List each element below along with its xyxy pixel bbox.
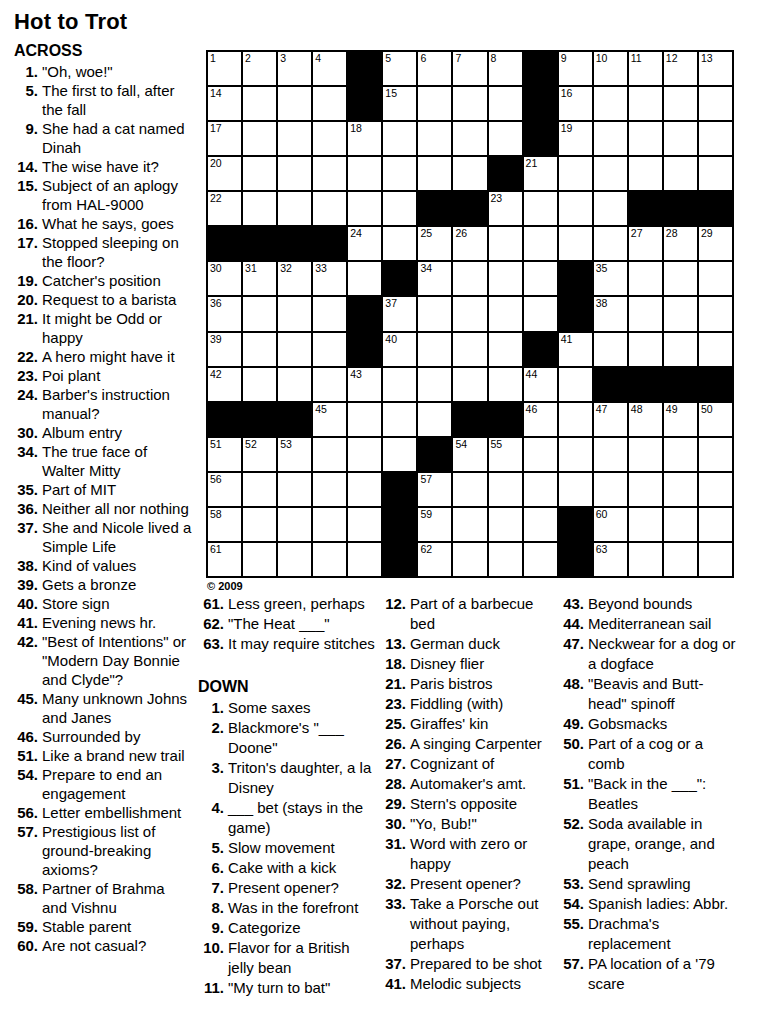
cell-r5c11[interactable] bbox=[559, 192, 592, 225]
cell-r1c9[interactable]: 8 bbox=[489, 52, 522, 85]
cell-number-53: 53 bbox=[280, 439, 292, 450]
cell-r4c15[interactable] bbox=[699, 157, 732, 190]
cell-r12c10[interactable] bbox=[524, 438, 557, 471]
cell-r13c10[interactable] bbox=[524, 473, 557, 506]
cell-number-56: 56 bbox=[210, 474, 222, 485]
cell-r7c9[interactable] bbox=[489, 262, 522, 295]
cell-r2c7[interactable] bbox=[418, 87, 451, 120]
cell-r14c5[interactable] bbox=[348, 508, 381, 541]
clue-text: Part of MIT bbox=[42, 480, 192, 499]
cell-r10c8[interactable] bbox=[453, 368, 486, 401]
cell-r14c1[interactable]: 58 bbox=[208, 508, 241, 541]
cell-r6c10[interactable] bbox=[524, 227, 557, 260]
black-cell-r4c9 bbox=[489, 157, 522, 190]
cell-number-50: 50 bbox=[701, 404, 713, 415]
clue-item-25: 25.Giraffes' kin bbox=[380, 714, 560, 734]
cell-r4c14[interactable] bbox=[664, 157, 697, 190]
black-cell-r10c13 bbox=[629, 368, 662, 401]
cell-r11c12[interactable]: 47 bbox=[594, 403, 627, 436]
cell-r12c6[interactable] bbox=[383, 438, 416, 471]
cell-r1c1[interactable]: 1 bbox=[208, 52, 241, 85]
clue-item-45: 45.Many unknown Johns and Janes bbox=[14, 689, 192, 727]
cell-r1c11[interactable]: 9 bbox=[559, 52, 592, 85]
cell-r1c2[interactable]: 2 bbox=[243, 52, 276, 85]
clue-text: Flavor for a British jelly bean bbox=[228, 938, 378, 978]
cell-r7c13[interactable] bbox=[629, 262, 662, 295]
cell-r11c6[interactable] bbox=[383, 403, 416, 436]
cell-r9c13[interactable] bbox=[629, 333, 662, 366]
cell-number-57: 57 bbox=[420, 474, 432, 485]
cell-r10c3[interactable] bbox=[278, 368, 311, 401]
clue-text: Gobsmacks bbox=[588, 714, 740, 734]
cell-r4c1[interactable]: 20 bbox=[208, 157, 241, 190]
cell-r6c14[interactable]: 28 bbox=[664, 227, 697, 260]
cell-r14c10[interactable] bbox=[524, 508, 557, 541]
clue-number: 18. bbox=[380, 654, 406, 674]
clue-text: She had a cat named Dinah bbox=[42, 119, 192, 157]
down-clue-list-1: 1.Some saxes2.Blackmore's "___ Doone"3.T… bbox=[198, 698, 378, 998]
clue-text: Less green, perhaps bbox=[228, 594, 378, 614]
cell-r5c4[interactable] bbox=[313, 192, 346, 225]
cell-r12c11[interactable] bbox=[559, 438, 592, 471]
cell-r15c1[interactable]: 61 bbox=[208, 543, 241, 576]
cell-r13c13[interactable] bbox=[629, 473, 662, 506]
cell-r13c7[interactable]: 57 bbox=[418, 473, 451, 506]
cell-r6c15[interactable]: 29 bbox=[699, 227, 732, 260]
cell-r9c3[interactable] bbox=[278, 333, 311, 366]
cell-r2c11[interactable]: 16 bbox=[559, 87, 592, 120]
cell-r15c3[interactable] bbox=[278, 543, 311, 576]
cell-r7c2[interactable]: 31 bbox=[243, 262, 276, 295]
cell-r3c5[interactable]: 18 bbox=[348, 122, 381, 155]
cell-r14c13[interactable] bbox=[629, 508, 662, 541]
cell-r11c15[interactable]: 50 bbox=[699, 403, 732, 436]
across-clue-list-continued: 61.Less green, perhaps62."The Heat ___"6… bbox=[198, 594, 378, 654]
cell-r1c4[interactable]: 4 bbox=[313, 52, 346, 85]
cell-r2c15[interactable] bbox=[699, 87, 732, 120]
cell-r2c14[interactable] bbox=[664, 87, 697, 120]
cell-r1c3[interactable]: 3 bbox=[278, 52, 311, 85]
cell-r14c4[interactable] bbox=[313, 508, 346, 541]
cell-r10c9[interactable] bbox=[489, 368, 522, 401]
cell-number-30: 30 bbox=[210, 263, 222, 274]
clue-item-32: 32.Present opener? bbox=[380, 874, 560, 894]
clue-text: Neckwear for a dog or a dogface bbox=[588, 634, 740, 674]
cell-r14c12[interactable]: 60 bbox=[594, 508, 627, 541]
clue-text: Catcher's position bbox=[42, 271, 192, 290]
cell-r15c13[interactable] bbox=[629, 543, 662, 576]
cell-r3c12[interactable] bbox=[594, 122, 627, 155]
cell-r14c2[interactable] bbox=[243, 508, 276, 541]
clue-number: 35. bbox=[14, 480, 38, 499]
cell-r2c3[interactable] bbox=[278, 87, 311, 120]
cell-r12c8[interactable]: 54 bbox=[453, 438, 486, 471]
clue-number: 31. bbox=[380, 834, 406, 874]
cell-r5c3[interactable] bbox=[278, 192, 311, 225]
clue-text: "Back in the ___": Beatles bbox=[588, 774, 740, 814]
cell-r5c1[interactable]: 22 bbox=[208, 192, 241, 225]
cell-number-44: 44 bbox=[526, 369, 538, 380]
cell-number-32: 32 bbox=[280, 263, 292, 274]
cell-r9c8[interactable] bbox=[453, 333, 486, 366]
cell-r12c9[interactable]: 55 bbox=[489, 438, 522, 471]
cell-r13c9[interactable] bbox=[489, 473, 522, 506]
clue-number: 61. bbox=[198, 594, 224, 614]
cell-r11c14[interactable]: 49 bbox=[664, 403, 697, 436]
black-cell-r10c15 bbox=[699, 368, 732, 401]
cell-r14c9[interactable] bbox=[489, 508, 522, 541]
cell-r15c14[interactable] bbox=[664, 543, 697, 576]
cell-r5c9[interactable]: 23 bbox=[489, 192, 522, 225]
cell-r5c5[interactable] bbox=[348, 192, 381, 225]
black-cell-r5c8 bbox=[453, 192, 486, 225]
cell-r13c3[interactable] bbox=[278, 473, 311, 506]
cell-r8c1[interactable]: 36 bbox=[208, 297, 241, 330]
cell-number-36: 36 bbox=[210, 298, 222, 309]
clue-item-2: 2.Blackmore's "___ Doone" bbox=[198, 718, 378, 758]
clue-number: 37. bbox=[14, 518, 38, 556]
cell-number-33: 33 bbox=[315, 263, 327, 274]
cell-r15c9[interactable] bbox=[489, 543, 522, 576]
black-cell-r5c14 bbox=[664, 192, 697, 225]
cell-r4c10[interactable]: 21 bbox=[524, 157, 557, 190]
clue-number: 23. bbox=[14, 366, 38, 385]
cell-r8c12[interactable]: 38 bbox=[594, 297, 627, 330]
cell-r7c5[interactable] bbox=[348, 262, 381, 295]
clue-item-49: 49.Gobsmacks bbox=[558, 714, 740, 734]
clue-item-52: 52.Soda available in grape, orange, and … bbox=[558, 814, 740, 874]
cell-r3c6[interactable] bbox=[383, 122, 416, 155]
cell-r11c11[interactable] bbox=[559, 403, 592, 436]
cell-r10c6[interactable] bbox=[383, 368, 416, 401]
cell-r13c15[interactable] bbox=[699, 473, 732, 506]
clue-item-5: 5.Slow movement bbox=[198, 838, 378, 858]
black-cell-r8c5 bbox=[348, 297, 381, 330]
cell-number-47: 47 bbox=[596, 404, 608, 415]
down-clue-list-3: 43.Beyond bounds44.Mediterranean sail47.… bbox=[558, 594, 740, 994]
cell-r1c14[interactable]: 12 bbox=[664, 52, 697, 85]
cell-number-1: 1 bbox=[210, 53, 216, 64]
cell-r10c1[interactable]: 42 bbox=[208, 368, 241, 401]
cell-r11c5[interactable] bbox=[348, 403, 381, 436]
cell-r1c7[interactable]: 6 bbox=[418, 52, 451, 85]
clue-number: 24. bbox=[14, 385, 38, 423]
cell-r6c6[interactable] bbox=[383, 227, 416, 260]
cell-number-51: 51 bbox=[210, 439, 222, 450]
cell-r4c8[interactable] bbox=[453, 157, 486, 190]
cell-number-26: 26 bbox=[455, 228, 467, 239]
clue-number: 46. bbox=[14, 727, 38, 746]
cell-r9c2[interactable] bbox=[243, 333, 276, 366]
cell-number-5: 5 bbox=[385, 53, 391, 64]
cell-r10c10[interactable]: 44 bbox=[524, 368, 557, 401]
cell-r9c9[interactable] bbox=[489, 333, 522, 366]
cell-r2c8[interactable] bbox=[453, 87, 486, 120]
cell-r9c4[interactable] bbox=[313, 333, 346, 366]
cell-r12c5[interactable] bbox=[348, 438, 381, 471]
down-clue-list-2: 12.Part of a barbecue bed13.German duck1… bbox=[380, 594, 560, 994]
clue-item-58: 58.Partner of Brahma and Vishnu bbox=[14, 879, 192, 917]
cell-r4c11[interactable] bbox=[559, 157, 592, 190]
cell-r13c12[interactable] bbox=[594, 473, 627, 506]
cell-r15c7[interactable]: 62 bbox=[418, 543, 451, 576]
cell-r8c3[interactable] bbox=[278, 297, 311, 330]
cell-r13c1[interactable]: 56 bbox=[208, 473, 241, 506]
cell-r3c4[interactable] bbox=[313, 122, 346, 155]
cell-r7c1[interactable]: 30 bbox=[208, 262, 241, 295]
cell-r4c13[interactable] bbox=[629, 157, 662, 190]
cell-r15c10[interactable] bbox=[524, 543, 557, 576]
clue-number: 9. bbox=[198, 918, 224, 938]
cell-r3c13[interactable] bbox=[629, 122, 662, 155]
cell-r1c8[interactable]: 7 bbox=[453, 52, 486, 85]
clue-item-51: 51."Back in the ___": Beatles bbox=[558, 774, 740, 814]
cell-r14c7[interactable]: 59 bbox=[418, 508, 451, 541]
cell-r5c12[interactable] bbox=[594, 192, 627, 225]
clue-number: 14. bbox=[14, 157, 38, 176]
clue-item-35: 35.Part of MIT bbox=[14, 480, 192, 499]
cell-number-20: 20 bbox=[210, 158, 222, 169]
cell-r13c8[interactable] bbox=[453, 473, 486, 506]
cell-r2c4[interactable] bbox=[313, 87, 346, 120]
across-header: ACROSS bbox=[14, 42, 192, 60]
clue-number: 1. bbox=[14, 62, 38, 81]
clue-item-9: 9.She had a cat named Dinah bbox=[14, 119, 192, 157]
cell-number-21: 21 bbox=[526, 158, 538, 169]
cell-r14c3[interactable] bbox=[278, 508, 311, 541]
cell-r5c6[interactable] bbox=[383, 192, 416, 225]
clue-item-44: 44.Mediterranean sail bbox=[558, 614, 740, 634]
cell-number-49: 49 bbox=[666, 404, 678, 415]
cell-r3c14[interactable] bbox=[664, 122, 697, 155]
cell-number-31: 31 bbox=[245, 263, 257, 274]
cell-r1c12[interactable]: 10 bbox=[594, 52, 627, 85]
cell-r11c10[interactable]: 46 bbox=[524, 403, 557, 436]
cell-r8c8[interactable] bbox=[453, 297, 486, 330]
cell-r4c4[interactable] bbox=[313, 157, 346, 190]
cell-number-24: 24 bbox=[350, 228, 362, 239]
cell-r7c10[interactable] bbox=[524, 262, 557, 295]
clue-item-37: 37.She and Nicole lived a Simple Life bbox=[14, 518, 192, 556]
cell-r13c14[interactable] bbox=[664, 473, 697, 506]
cell-r12c1[interactable]: 51 bbox=[208, 438, 241, 471]
cell-r2c6[interactable]: 15 bbox=[383, 87, 416, 120]
cell-r8c2[interactable] bbox=[243, 297, 276, 330]
cell-r8c14[interactable] bbox=[664, 297, 697, 330]
cell-r3c7[interactable] bbox=[418, 122, 451, 155]
clue-item-62: 62."The Heat ___" bbox=[198, 614, 378, 634]
cell-r2c9[interactable] bbox=[489, 87, 522, 120]
cell-number-54: 54 bbox=[455, 439, 467, 450]
cell-r9c12[interactable] bbox=[594, 333, 627, 366]
cell-r9c11[interactable]: 41 bbox=[559, 333, 592, 366]
clue-number: 1. bbox=[198, 698, 224, 718]
cell-r4c5[interactable] bbox=[348, 157, 381, 190]
cell-r12c2[interactable]: 52 bbox=[243, 438, 276, 471]
cell-r7c14[interactable] bbox=[664, 262, 697, 295]
black-cell-r11c9 bbox=[489, 403, 522, 436]
cell-r15c12[interactable]: 63 bbox=[594, 543, 627, 576]
crossword-grid[interactable]: 1234567891011121314151617181920212223242… bbox=[206, 50, 734, 578]
clue-number: 5. bbox=[14, 81, 38, 119]
cell-r8c4[interactable] bbox=[313, 297, 346, 330]
clue-item-23: 23.Fiddling (with) bbox=[380, 694, 560, 714]
cell-r13c2[interactable] bbox=[243, 473, 276, 506]
cell-r15c8[interactable] bbox=[453, 543, 486, 576]
clue-item-53: 53.Send sprawling bbox=[558, 874, 740, 894]
cell-r5c2[interactable] bbox=[243, 192, 276, 225]
cell-r12c13[interactable] bbox=[629, 438, 662, 471]
cell-r12c12[interactable] bbox=[594, 438, 627, 471]
cell-r9c15[interactable] bbox=[699, 333, 732, 366]
cell-r14c15[interactable] bbox=[699, 508, 732, 541]
puzzle-title: Hot to Trot bbox=[14, 9, 127, 35]
cell-r14c14[interactable] bbox=[664, 508, 697, 541]
cell-r6c7[interactable]: 25 bbox=[418, 227, 451, 260]
cell-r3c15[interactable] bbox=[699, 122, 732, 155]
cell-r2c2[interactable] bbox=[243, 87, 276, 120]
cell-r1c13[interactable]: 11 bbox=[629, 52, 662, 85]
cell-r12c3[interactable]: 53 bbox=[278, 438, 311, 471]
cell-r10c2[interactable] bbox=[243, 368, 276, 401]
across-clues-column: ACROSS 1."Oh, woe!"5.The first to fall, … bbox=[14, 42, 192, 955]
cell-number-63: 63 bbox=[596, 544, 608, 555]
cell-number-60: 60 bbox=[596, 509, 608, 520]
cell-r12c15[interactable] bbox=[699, 438, 732, 471]
cell-number-29: 29 bbox=[701, 228, 713, 239]
black-cell-r6c4 bbox=[313, 227, 346, 260]
clue-text: Automaker's amt. bbox=[410, 774, 560, 794]
clue-number: 57. bbox=[14, 822, 38, 879]
cell-r3c2[interactable] bbox=[243, 122, 276, 155]
cell-number-14: 14 bbox=[210, 88, 222, 99]
cell-r4c2[interactable] bbox=[243, 157, 276, 190]
clue-text: Part of a barbecue bed bbox=[410, 594, 560, 634]
cell-r3c11[interactable]: 19 bbox=[559, 122, 592, 155]
cell-r10c4[interactable] bbox=[313, 368, 346, 401]
cell-r8c15[interactable] bbox=[699, 297, 732, 330]
cell-r11c7[interactable] bbox=[418, 403, 451, 436]
cell-r4c12[interactable] bbox=[594, 157, 627, 190]
clue-text: Album entry bbox=[42, 423, 192, 442]
cell-r13c5[interactable] bbox=[348, 473, 381, 506]
cell-r15c5[interactable] bbox=[348, 543, 381, 576]
clue-number: 47. bbox=[558, 634, 584, 674]
cell-r8c10[interactable] bbox=[524, 297, 557, 330]
cell-r9c7[interactable] bbox=[418, 333, 451, 366]
cell-number-37: 37 bbox=[385, 298, 397, 309]
cell-r8c7[interactable] bbox=[418, 297, 451, 330]
cell-r9c14[interactable] bbox=[664, 333, 697, 366]
clue-text: Disney flier bbox=[410, 654, 560, 674]
clue-text: Stable parent bbox=[42, 917, 192, 936]
clue-text: Some saxes bbox=[228, 698, 378, 718]
cell-number-61: 61 bbox=[210, 544, 222, 555]
cell-r8c13[interactable] bbox=[629, 297, 662, 330]
cell-r10c5[interactable]: 43 bbox=[348, 368, 381, 401]
cell-number-27: 27 bbox=[631, 228, 643, 239]
cell-r7c7[interactable]: 34 bbox=[418, 262, 451, 295]
cell-r6c9[interactable] bbox=[489, 227, 522, 260]
cell-r9c1[interactable]: 39 bbox=[208, 333, 241, 366]
cell-r6c11[interactable] bbox=[559, 227, 592, 260]
cell-r15c2[interactable] bbox=[243, 543, 276, 576]
cell-r3c8[interactable] bbox=[453, 122, 486, 155]
clue-text: Prestigious list of ground-breaking axio… bbox=[42, 822, 192, 879]
cell-r6c8[interactable]: 26 bbox=[453, 227, 486, 260]
cell-r10c7[interactable] bbox=[418, 368, 451, 401]
clue-text: Kind of values bbox=[42, 556, 192, 575]
cell-r10c11[interactable] bbox=[559, 368, 592, 401]
cell-r4c3[interactable] bbox=[278, 157, 311, 190]
cell-r2c13[interactable] bbox=[629, 87, 662, 120]
cell-r13c11[interactable] bbox=[559, 473, 592, 506]
cell-r11c4[interactable]: 45 bbox=[313, 403, 346, 436]
cell-r13c4[interactable] bbox=[313, 473, 346, 506]
cell-r1c6[interactable]: 5 bbox=[383, 52, 416, 85]
cell-r6c5[interactable]: 24 bbox=[348, 227, 381, 260]
cell-r15c15[interactable] bbox=[699, 543, 732, 576]
clue-text: Drachma's replacement bbox=[588, 914, 740, 954]
clue-item-50: 50.Part of a cog or a comb bbox=[558, 734, 740, 774]
cell-r14c8[interactable] bbox=[453, 508, 486, 541]
cell-r6c13[interactable]: 27 bbox=[629, 227, 662, 260]
cell-number-10: 10 bbox=[596, 53, 608, 64]
cell-r2c12[interactable] bbox=[594, 87, 627, 120]
cell-number-3: 3 bbox=[280, 53, 286, 64]
clue-item-57: 57.PA location of a '79 scare bbox=[558, 954, 740, 994]
cell-r12c14[interactable] bbox=[664, 438, 697, 471]
clue-item-28: 28.Automaker's amt. bbox=[380, 774, 560, 794]
black-cell-r10c12 bbox=[594, 368, 627, 401]
clue-item-63: 63.It may require stitches bbox=[198, 634, 378, 654]
cell-r7c12[interactable]: 35 bbox=[594, 262, 627, 295]
cell-r7c4[interactable]: 33 bbox=[313, 262, 346, 295]
cell-r3c9[interactable] bbox=[489, 122, 522, 155]
clue-text: Request to a barista bbox=[42, 290, 192, 309]
cell-r9c6[interactable]: 40 bbox=[383, 333, 416, 366]
black-cell-r12c7 bbox=[418, 438, 451, 471]
clue-text: Giraffes' kin bbox=[410, 714, 560, 734]
clue-text: The first to fall, after the fall bbox=[42, 81, 192, 119]
clue-text: A singing Carpenter bbox=[410, 734, 560, 754]
clue-number: 26. bbox=[380, 734, 406, 754]
cell-r8c6[interactable]: 37 bbox=[383, 297, 416, 330]
cell-r7c8[interactable] bbox=[453, 262, 486, 295]
cell-r15c4[interactable] bbox=[313, 543, 346, 576]
cell-r3c3[interactable] bbox=[278, 122, 311, 155]
cell-r3c1[interactable]: 17 bbox=[208, 122, 241, 155]
cell-r4c7[interactable] bbox=[418, 157, 451, 190]
cell-r12c4[interactable] bbox=[313, 438, 346, 471]
cell-r7c3[interactable]: 32 bbox=[278, 262, 311, 295]
black-cell-r5c15 bbox=[699, 192, 732, 225]
cell-r11c13[interactable]: 48 bbox=[629, 403, 662, 436]
clue-text: Prepare to end an engagement bbox=[42, 765, 192, 803]
clue-item-46: 46.Surrounded by bbox=[14, 727, 192, 746]
cell-r4c6[interactable] bbox=[383, 157, 416, 190]
clue-number: 30. bbox=[14, 423, 38, 442]
cell-r5c10[interactable] bbox=[524, 192, 557, 225]
clue-item-57: 57.Prestigious list of ground-breaking a… bbox=[14, 822, 192, 879]
cell-r2c1[interactable]: 14 bbox=[208, 87, 241, 120]
cell-r6c12[interactable] bbox=[594, 227, 627, 260]
clue-item-16: 16.What he says, goes bbox=[14, 214, 192, 233]
cell-r1c15[interactable]: 13 bbox=[699, 52, 732, 85]
clue-item-38: 38.Kind of values bbox=[14, 556, 192, 575]
cell-r8c9[interactable] bbox=[489, 297, 522, 330]
cell-r7c15[interactable] bbox=[699, 262, 732, 295]
